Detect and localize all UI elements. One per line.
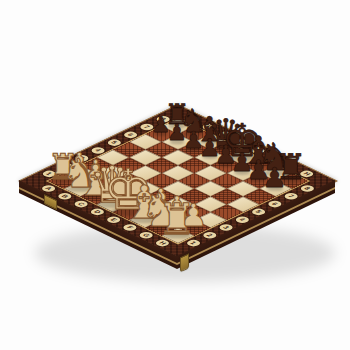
piece-base-shadow [154, 132, 168, 136]
piece-base-shadow [136, 202, 154, 207]
piece-base-shadow [184, 225, 203, 230]
piece-base-shadow [228, 154, 256, 161]
piece-base-shadow [266, 187, 283, 191]
chess-set-photo: ABCDEFGH ABCDEFGH 87654321 87654321 ♜♞♝♛… [0, 0, 350, 350]
piece-base-shadow [164, 232, 191, 239]
piece-base-shadow [234, 171, 250, 175]
piece-base-shadow [87, 179, 103, 183]
piece-base-shadow [103, 187, 120, 191]
pieces-layer: ♜♞♝♛♚♝♞♜♟♟♟♟♟♟♟♟♟♟♟♟♟♟♟♟♜♞♝♛♚♝♞♜ [0, 0, 350, 350]
piece-base-shadow [147, 224, 175, 231]
piece-base-shadow [168, 218, 187, 223]
piece-base-shadow [152, 210, 170, 215]
piece-base-shadow [67, 186, 92, 192]
piece-base-shadow [183, 132, 203, 137]
piece-base-shadow [170, 140, 184, 144]
piece-base-shadow [83, 193, 109, 200]
piece-base-shadow [71, 171, 87, 175]
piece-base-shadow [119, 194, 136, 199]
piece-base-shadow [247, 162, 270, 168]
piece-base-shadow [250, 179, 266, 183]
piece-base-shadow [263, 170, 286, 176]
piece-base-shadow [168, 124, 185, 129]
piece-base-shadow [280, 178, 302, 184]
piece-base-shadow [111, 208, 145, 217]
piece-base-shadow [218, 163, 234, 167]
piece-base-shadow [130, 216, 158, 223]
piece-base-shadow [199, 139, 220, 144]
piece-base-shadow [186, 148, 201, 152]
piece-base-shadow [213, 147, 238, 154]
piece-base-shadow [202, 156, 217, 160]
piece-base-shadow [52, 178, 74, 184]
